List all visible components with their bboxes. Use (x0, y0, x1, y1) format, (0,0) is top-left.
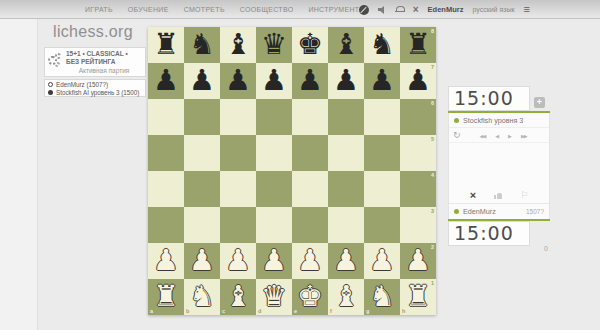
move-list-area (449, 143, 549, 187)
piece-white-bishop[interactable]: ♝ (220, 279, 256, 315)
square-b6[interactable] (184, 99, 220, 135)
piece-black-pawn[interactable]: ♟ (256, 63, 292, 99)
piece-black-pawn[interactable]: ♟ (364, 63, 400, 99)
piece-black-king[interactable]: ♚ (292, 27, 328, 63)
challenge-icon[interactable] (359, 5, 369, 15)
coord-file-b: b (186, 308, 189, 314)
hamburger-menu-icon[interactable]: ≡ (524, 4, 530, 15)
square-a1[interactable]: ♜a (148, 279, 184, 315)
square-b1[interactable]: ♞b (184, 279, 220, 315)
square-f7[interactable]: ♟ (328, 63, 364, 99)
piece-white-knight[interactable]: ♞ (184, 279, 220, 315)
username-menu[interactable]: EdenMurz (428, 5, 464, 14)
square-d6[interactable] (256, 99, 292, 135)
left-margin-strip (0, 19, 38, 330)
piece-black-bishop[interactable]: ♝ (220, 27, 256, 63)
square-f1[interactable]: ♝f (328, 279, 364, 315)
square-g7[interactable]: ♟ (364, 63, 400, 99)
square-a8[interactable]: ♜ (148, 27, 184, 63)
square-d7[interactable]: ♟ (256, 63, 292, 99)
prev-move-button[interactable]: ◀ (495, 132, 498, 140)
nav-community[interactable]: СООБЩЕСТВО (240, 6, 294, 13)
square-b7[interactable]: ♟ (184, 63, 220, 99)
square-c2[interactable]: ♟ (220, 243, 256, 279)
square-g4[interactable] (364, 171, 400, 207)
game-status-label: Активная партия (66, 67, 142, 74)
square-a2[interactable]: ♟ (148, 243, 184, 279)
square-g3[interactable] (364, 207, 400, 243)
player-row-black[interactable]: Stockfish AI уровень 3 (1500) (48, 89, 142, 97)
square-h7[interactable]: ♟7 (400, 63, 436, 99)
square-h1[interactable]: ♜1h (400, 279, 436, 315)
square-e5[interactable] (292, 135, 328, 171)
square-d5[interactable] (256, 135, 292, 171)
square-h5[interactable]: 5 (400, 135, 436, 171)
coord-file-g: g (366, 308, 369, 314)
square-b3[interactable] (184, 207, 220, 243)
nav-tools[interactable]: ИНСТРУМЕНТЫ (308, 6, 365, 13)
square-a6[interactable] (148, 99, 184, 135)
piece-white-pawn[interactable]: ♟ (364, 243, 400, 279)
square-e2[interactable]: ♟ (292, 243, 328, 279)
square-c7[interactable]: ♟ (220, 63, 256, 99)
coord-file-c: c (222, 308, 225, 314)
square-a3[interactable] (148, 207, 184, 243)
square-c6[interactable] (220, 99, 256, 135)
piece-white-knight[interactable]: ♞ (364, 279, 400, 315)
player-rating: 1507? (526, 208, 544, 215)
resign-flag-icon[interactable]: ⚐ (520, 191, 528, 200)
white-color-icon (48, 82, 53, 87)
square-e4[interactable] (292, 171, 328, 207)
player-row-white[interactable]: EdenMurz (1507?) (48, 81, 142, 89)
player-clock: 15:00 (448, 221, 530, 246)
volume-icon[interactable] (378, 6, 387, 14)
piece-white-rook[interactable]: ♜ (148, 279, 184, 315)
next-move-button[interactable]: ▶ (508, 132, 511, 140)
opponent-row: Stockfish уровня 3 (449, 113, 549, 128)
square-c1[interactable]: ♝c (220, 279, 256, 315)
coord-file-e: e (294, 308, 297, 314)
square-h2[interactable]: ♟2 (400, 243, 436, 279)
game-info-box: 15+1 • CLASSICAL • БЕЗ РЕЙТИНГА Активная… (44, 47, 146, 77)
nav-watch[interactable]: СМОТРЕТЬ (184, 6, 225, 13)
square-d1[interactable]: ♛d (256, 279, 292, 315)
square-g2[interactable]: ♟ (364, 243, 400, 279)
square-h4[interactable]: 4 (400, 171, 436, 207)
square-c5[interactable] (220, 135, 256, 171)
square-d3[interactable] (256, 207, 292, 243)
game-mode-label: 15+1 • CLASSICAL • БЕЗ РЕЙТИНГА (66, 50, 142, 67)
nav-links: ИГРАТЬ ОБУЧЕНИЕ СМОТРЕТЬ СООБЩЕСТВО ИНСТ… (85, 6, 366, 13)
square-e1[interactable]: ♚e (292, 279, 328, 315)
spectator-count: 0 (448, 245, 548, 252)
square-f2[interactable]: ♟ (328, 243, 364, 279)
piece-black-pawn[interactable]: ♟ (328, 63, 364, 99)
square-e3[interactable] (292, 207, 328, 243)
square-f3[interactable] (328, 207, 364, 243)
coord-rank-2: 2 (431, 244, 434, 250)
piece-white-queen[interactable]: ♛ (256, 279, 292, 315)
nav-right: × EdenMurz русский язык ≡ (359, 0, 530, 19)
piece-black-queen[interactable]: ♛ (256, 27, 292, 63)
piece-white-king[interactable]: ♚ (292, 279, 328, 315)
square-g5[interactable] (364, 135, 400, 171)
opponent-name[interactable]: Stockfish уровня 3 (463, 116, 523, 125)
notifications-bell-icon[interactable] (396, 6, 404, 14)
piece-white-pawn[interactable]: ♟ (256, 243, 292, 279)
chess-board[interactable]: ♜♞♝♛♚♝♞♜8♟♟♟♟♟♟♟♟76543♟♟♟♟♟♟♟♟2♜a♞b♝c♛d♚… (148, 27, 436, 315)
square-d8[interactable]: ♛ (256, 27, 292, 63)
players-box: EdenMurz (1507?) Stockfish AI уровень 3 … (44, 79, 146, 97)
abort-game-icon[interactable]: × (470, 190, 476, 200)
square-d2[interactable]: ♟ (256, 243, 292, 279)
square-f5[interactable] (328, 135, 364, 171)
square-b2[interactable]: ♟ (184, 243, 220, 279)
piece-black-pawn[interactable]: ♟ (220, 63, 256, 99)
piece-white-pawn[interactable]: ♟ (184, 243, 220, 279)
square-c8[interactable]: ♝ (220, 27, 256, 63)
coord-file-f: f (330, 308, 332, 314)
square-a4[interactable] (148, 171, 184, 207)
square-c4[interactable] (220, 171, 256, 207)
coord-rank-3: 3 (431, 208, 434, 214)
square-h3[interactable]: 3 (400, 207, 436, 243)
square-h6[interactable]: 6 (400, 99, 436, 135)
game-side-panel: Stockfish уровня 3 ↻ ◀◀ ◀ ▶ ▶▶ × ⚐ EdenM… (448, 113, 550, 219)
square-e6[interactable] (292, 99, 328, 135)
close-icon[interactable]: × (413, 5, 419, 15)
piece-black-pawn[interactable]: ♟ (292, 63, 328, 99)
square-e8[interactable]: ♚ (292, 27, 328, 63)
takeback-thumb-icon[interactable] (494, 192, 502, 199)
move-controls: ↻ ◀◀ ◀ ▶ ▶▶ (449, 128, 549, 143)
square-b5[interactable] (184, 135, 220, 171)
coord-rank-5: 5 (431, 136, 434, 142)
square-a7[interactable]: ♟ (148, 63, 184, 99)
square-d4[interactable] (256, 171, 292, 207)
square-e7[interactable]: ♟ (292, 63, 328, 99)
language-menu[interactable]: русский язык (472, 6, 514, 13)
game-info-text: 15+1 • CLASSICAL • БЕЗ РЕЙТИНГА Активная… (66, 50, 142, 75)
top-nav: ИГРАТЬ ОБУЧЕНИЕ СМОТРЕТЬ СООБЩЕСТВО ИНСТ… (0, 0, 600, 19)
piece-black-rook[interactable]: ♜ (148, 27, 184, 63)
square-b8[interactable]: ♞ (184, 27, 220, 63)
online-dot-icon (454, 118, 459, 123)
nav-play[interactable]: ИГРАТЬ (85, 6, 113, 13)
white-player-label: EdenMurz (1507?) (56, 81, 108, 88)
square-h8[interactable]: ♜8 (400, 27, 436, 63)
piece-white-pawn[interactable]: ♟ (220, 243, 256, 279)
game-actions: × ⚐ (449, 187, 549, 203)
square-b4[interactable] (184, 171, 220, 207)
settings-gears-icon (48, 53, 63, 71)
coord-rank-7: 7 (431, 64, 434, 70)
square-f4[interactable] (328, 171, 364, 207)
piece-white-bishop[interactable]: ♝ (328, 279, 364, 315)
black-color-icon (48, 90, 53, 95)
square-f8[interactable]: ♝ (328, 27, 364, 63)
square-a5[interactable] (148, 135, 184, 171)
coord-file-d: d (258, 308, 261, 314)
square-c3[interactable] (220, 207, 256, 243)
online-dot-icon (454, 209, 459, 214)
coord-file-h: h (402, 308, 405, 314)
nav-learn[interactable]: ОБУЧЕНИЕ (128, 6, 169, 13)
square-g8[interactable]: ♞ (364, 27, 400, 63)
square-f6[interactable] (328, 99, 364, 135)
coord-rank-8: 8 (431, 28, 434, 34)
piece-white-pawn[interactable]: ♟ (148, 243, 184, 279)
last-move-button[interactable]: ▶▶ (521, 132, 527, 140)
piece-black-knight[interactable]: ♞ (184, 27, 220, 63)
first-move-button[interactable]: ◀◀ (480, 132, 486, 140)
piece-black-pawn[interactable]: ♟ (148, 63, 184, 99)
coord-rank-4: 4 (431, 172, 434, 178)
coord-rank-1: 1 (431, 280, 434, 286)
add-time-button[interactable]: + (534, 97, 545, 108)
site-logo[interactable]: lichess.org (38, 23, 148, 41)
flip-board-icon[interactable]: ↻ (453, 131, 461, 140)
opponent-clock: 15:00 (448, 86, 530, 111)
square-g1[interactable]: ♞g (364, 279, 400, 315)
piece-black-pawn[interactable]: ♟ (184, 63, 220, 99)
piece-white-pawn[interactable]: ♟ (292, 243, 328, 279)
piece-black-bishop[interactable]: ♝ (328, 27, 364, 63)
player-row: EdenMurz 1507? (449, 203, 549, 219)
piece-white-pawn[interactable]: ♟ (328, 243, 364, 279)
black-player-label: Stockfish AI уровень 3 (1500) (56, 89, 139, 96)
coord-file-a: a (150, 308, 153, 314)
coord-rank-6: 6 (431, 100, 434, 106)
square-g6[interactable] (364, 99, 400, 135)
piece-black-knight[interactable]: ♞ (364, 27, 400, 63)
player-name[interactable]: EdenMurz (463, 207, 522, 216)
